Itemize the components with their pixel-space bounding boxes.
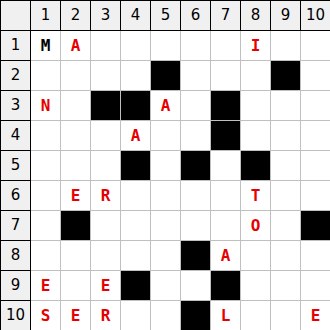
cell-r2-c8[interactable] bbox=[241, 61, 271, 91]
cell-r6-c5[interactable] bbox=[151, 181, 181, 211]
cell-r6-c2[interactable]: E bbox=[61, 181, 91, 211]
cell-r10-c10[interactable]: E bbox=[301, 301, 330, 330]
cell-r1-c6[interactable] bbox=[181, 31, 211, 61]
cell-r8-c8[interactable] bbox=[241, 241, 271, 271]
cell-r8-c7[interactable]: A bbox=[211, 241, 241, 271]
cell-r4-c4[interactable]: A bbox=[121, 121, 151, 151]
black-cell-r3-c3 bbox=[91, 91, 121, 121]
cell-r5-c9[interactable] bbox=[271, 151, 301, 181]
cell-r7-c3[interactable] bbox=[91, 211, 121, 241]
cell-r2-c10[interactable] bbox=[301, 61, 330, 91]
cell-r3-c5[interactable]: A bbox=[151, 91, 181, 121]
cell-r8-c9[interactable] bbox=[271, 241, 301, 271]
row-header-7: 7 bbox=[1, 211, 31, 241]
col-header-6: 6 bbox=[181, 1, 211, 31]
cell-r4-c2[interactable] bbox=[61, 121, 91, 151]
cell-r9-c10[interactable] bbox=[301, 271, 330, 301]
black-cell-r3-c4 bbox=[121, 91, 151, 121]
corner-cell bbox=[1, 1, 31, 31]
cell-r10-c1[interactable]: S bbox=[31, 301, 61, 330]
black-cell-r2-c5 bbox=[151, 61, 181, 91]
col-header-5: 5 bbox=[151, 1, 181, 31]
cell-r5-c10[interactable] bbox=[301, 151, 330, 181]
cell-r4-c3[interactable] bbox=[91, 121, 121, 151]
cell-r1-c7[interactable] bbox=[211, 31, 241, 61]
row-header-4: 4 bbox=[1, 121, 31, 151]
cell-r4-c8[interactable] bbox=[241, 121, 271, 151]
black-cell-r5-c6 bbox=[181, 151, 211, 181]
cell-r7-c4[interactable] bbox=[121, 211, 151, 241]
cell-r1-c9[interactable] bbox=[271, 31, 301, 61]
cell-r4-c6[interactable] bbox=[181, 121, 211, 151]
cell-r7-c9[interactable] bbox=[271, 211, 301, 241]
row-header-3: 3 bbox=[1, 91, 31, 121]
cell-r7-c7[interactable] bbox=[211, 211, 241, 241]
cell-r8-c1[interactable] bbox=[31, 241, 61, 271]
cell-r3-c9[interactable] bbox=[271, 91, 301, 121]
cell-r2-c6[interactable] bbox=[181, 61, 211, 91]
cell-r4-c9[interactable] bbox=[271, 121, 301, 151]
col-header-10: 10 bbox=[301, 1, 330, 31]
col-header-3: 3 bbox=[91, 1, 121, 31]
cell-r4-c5[interactable] bbox=[151, 121, 181, 151]
cell-r8-c2[interactable] bbox=[61, 241, 91, 271]
cell-r5-c3[interactable] bbox=[91, 151, 121, 181]
cell-r3-c6[interactable] bbox=[181, 91, 211, 121]
cell-r8-c4[interactable] bbox=[121, 241, 151, 271]
cell-r9-c1[interactable]: E bbox=[31, 271, 61, 301]
cell-r6-c7[interactable] bbox=[211, 181, 241, 211]
row-header-1: 1 bbox=[1, 31, 31, 61]
cell-r2-c1[interactable] bbox=[31, 61, 61, 91]
cell-r2-c7[interactable] bbox=[211, 61, 241, 91]
cell-r4-c10[interactable] bbox=[301, 121, 330, 151]
cell-r8-c3[interactable] bbox=[91, 241, 121, 271]
black-cell-r9-c4 bbox=[121, 271, 151, 301]
cell-r9-c9[interactable] bbox=[271, 271, 301, 301]
cell-r2-c4[interactable] bbox=[121, 61, 151, 91]
col-header-4: 4 bbox=[121, 1, 151, 31]
cell-r3-c10[interactable] bbox=[301, 91, 330, 121]
col-header-8: 8 bbox=[241, 1, 271, 31]
cell-r5-c5[interactable] bbox=[151, 151, 181, 181]
cell-r1-c1[interactable]: M bbox=[31, 31, 61, 61]
cell-r1-c8[interactable]: I bbox=[241, 31, 271, 61]
cell-r6-c1[interactable] bbox=[31, 181, 61, 211]
row-header-6: 6 bbox=[1, 181, 31, 211]
col-header-2: 2 bbox=[61, 1, 91, 31]
cell-r1-c10[interactable] bbox=[301, 31, 330, 61]
black-cell-r7-c10 bbox=[301, 211, 330, 241]
cell-r2-c2[interactable] bbox=[61, 61, 91, 91]
cell-r9-c6[interactable] bbox=[181, 271, 211, 301]
cell-r1-c2[interactable]: A bbox=[61, 31, 91, 61]
cell-r8-c10[interactable] bbox=[301, 241, 330, 271]
cell-r10-c9[interactable] bbox=[271, 301, 301, 330]
cell-r6-c4[interactable] bbox=[121, 181, 151, 211]
row-header-9: 9 bbox=[1, 271, 31, 301]
black-cell-r5-c4 bbox=[121, 151, 151, 181]
col-header-1: 1 bbox=[31, 1, 61, 31]
black-cell-r7-c2 bbox=[61, 211, 91, 241]
black-cell-r10-c6 bbox=[181, 301, 211, 330]
cell-r6-c3[interactable]: R bbox=[91, 181, 121, 211]
cell-r7-c5[interactable] bbox=[151, 211, 181, 241]
cell-r1-c4[interactable] bbox=[121, 31, 151, 61]
cell-r7-c8[interactable]: O bbox=[241, 211, 271, 241]
cell-r10-c7[interactable]: L bbox=[211, 301, 241, 330]
cell-r5-c7[interactable] bbox=[211, 151, 241, 181]
black-cell-r5-c8 bbox=[241, 151, 271, 181]
col-header-9: 9 bbox=[271, 1, 301, 31]
black-cell-r9-c7 bbox=[211, 271, 241, 301]
row-header-10: 10 bbox=[1, 301, 31, 330]
cell-r1-c3[interactable] bbox=[91, 31, 121, 61]
cell-r6-c9[interactable] bbox=[271, 181, 301, 211]
cell-r9-c3[interactable]: E bbox=[91, 271, 121, 301]
row-header-8: 8 bbox=[1, 241, 31, 271]
cell-r6-c10[interactable] bbox=[301, 181, 330, 211]
cell-r5-c1[interactable] bbox=[31, 151, 61, 181]
cell-r3-c2[interactable] bbox=[61, 91, 91, 121]
black-cell-r4-c7 bbox=[211, 121, 241, 151]
cell-r6-c6[interactable] bbox=[181, 181, 211, 211]
cell-r10-c2[interactable]: E bbox=[61, 301, 91, 330]
cell-r3-c1[interactable]: N bbox=[31, 91, 61, 121]
cell-r10-c3[interactable]: R bbox=[91, 301, 121, 330]
black-cell-r2-c9 bbox=[271, 61, 301, 91]
cell-r8-c5[interactable] bbox=[151, 241, 181, 271]
cell-r3-c8[interactable] bbox=[241, 91, 271, 121]
row-header-2: 2 bbox=[1, 61, 31, 91]
cell-r10-c8[interactable] bbox=[241, 301, 271, 330]
col-header-7: 7 bbox=[211, 1, 241, 31]
black-cell-r3-c7 bbox=[211, 91, 241, 121]
cell-r9-c8[interactable] bbox=[241, 271, 271, 301]
cell-r9-c2[interactable] bbox=[61, 271, 91, 301]
black-cell-r8-c6 bbox=[181, 241, 211, 271]
cell-r7-c6[interactable] bbox=[181, 211, 211, 241]
cell-r1-c5[interactable] bbox=[151, 31, 181, 61]
cell-r2-c3[interactable] bbox=[91, 61, 121, 91]
cell-r10-c5[interactable] bbox=[151, 301, 181, 330]
cell-r10-c4[interactable] bbox=[121, 301, 151, 330]
cell-r9-c5[interactable] bbox=[151, 271, 181, 301]
cell-r5-c2[interactable] bbox=[61, 151, 91, 181]
row-header-5: 5 bbox=[1, 151, 31, 181]
cell-r6-c8[interactable]: T bbox=[241, 181, 271, 211]
cell-r4-c1[interactable] bbox=[31, 121, 61, 151]
crossword-board: 123456789101MAI23NA4A56ERT7O8A9EE10SERLE bbox=[0, 0, 330, 330]
cell-r7-c1[interactable] bbox=[31, 211, 61, 241]
